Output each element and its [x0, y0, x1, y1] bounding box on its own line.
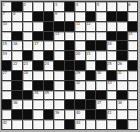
block-cell [65, 100, 74, 109]
block-cell [128, 61, 137, 70]
letter-cell[interactable]: 38 [117, 100, 126, 109]
clue-number: 14 [128, 31, 132, 36]
clue-number: 17 [34, 41, 38, 46]
letter-cell[interactable] [96, 32, 105, 41]
letter-cell[interactable] [44, 2, 53, 11]
letter-cell[interactable]: 35 [44, 91, 53, 100]
letter-cell[interactable] [33, 71, 42, 80]
block-cell [44, 110, 53, 119]
letter-cell[interactable] [128, 41, 137, 50]
letter-cell[interactable] [107, 22, 116, 31]
letter-cell[interactable] [54, 81, 63, 90]
letter-cell[interactable]: 33 [107, 81, 116, 90]
letter-cell[interactable]: 17 [33, 41, 42, 50]
block-cell [65, 22, 74, 31]
letter-cell[interactable]: 19 [2, 51, 11, 60]
letter-cell[interactable] [128, 81, 137, 90]
letter-cell[interactable] [2, 81, 11, 90]
block-cell [33, 12, 42, 21]
letter-cell[interactable] [54, 91, 63, 100]
clue-number: 3 [55, 2, 57, 7]
letter-cell[interactable] [128, 12, 137, 21]
clue-number: 12 [86, 21, 90, 26]
letter-cell[interactable] [23, 41, 32, 50]
clue-number: 18 [107, 41, 111, 46]
letter-cell[interactable] [44, 100, 53, 109]
clue-number: 26 [118, 61, 122, 66]
letter-cell[interactable]: 40 [75, 110, 84, 119]
letter-cell[interactable] [2, 91, 11, 100]
clue-number: 40 [76, 110, 80, 115]
letter-cell[interactable]: 22 [12, 61, 21, 70]
letter-cell[interactable]: 39 [54, 110, 63, 119]
clue-number: 7 [3, 11, 5, 16]
letter-cell[interactable]: 29 [75, 71, 84, 80]
clue-number: 9 [55, 11, 57, 16]
letter-cell[interactable] [86, 61, 95, 70]
letter-cell[interactable] [117, 81, 126, 90]
letter-cell[interactable]: 11 [75, 22, 84, 31]
letter-cell[interactable]: 4 [75, 2, 84, 11]
letter-cell[interactable] [23, 81, 32, 90]
block-cell [96, 110, 105, 119]
clue-number: 5 [97, 2, 99, 7]
clue-number: 16 [13, 41, 17, 46]
letter-cell[interactable] [12, 120, 21, 129]
block-cell [96, 61, 105, 70]
letter-cell[interactable] [107, 100, 116, 109]
letter-cell[interactable] [12, 22, 21, 31]
letter-cell[interactable]: 18 [107, 41, 116, 50]
clue-number: 42 [3, 120, 7, 125]
clue-number: 35 [44, 90, 48, 95]
letter-cell[interactable] [33, 120, 42, 129]
block-cell [107, 71, 116, 80]
letter-cell[interactable] [65, 12, 74, 21]
clue-number: 30 [97, 70, 101, 75]
letter-cell[interactable] [107, 51, 116, 60]
letter-cell[interactable] [96, 51, 105, 60]
block-cell [86, 91, 95, 100]
letter-cell[interactable]: 16 [12, 41, 21, 50]
letter-cell[interactable] [2, 32, 11, 41]
letter-cell[interactable]: 31 [117, 71, 126, 80]
letter-cell[interactable] [128, 110, 137, 119]
block-cell [117, 120, 126, 129]
letter-cell[interactable] [23, 100, 32, 109]
block-cell [2, 61, 11, 70]
block-cell [44, 22, 53, 31]
block-cell [86, 12, 95, 21]
letter-cell[interactable]: 8 [12, 12, 21, 21]
letter-cell[interactable] [33, 2, 42, 11]
block-cell [86, 71, 95, 80]
letter-cell[interactable]: 42 [2, 120, 11, 129]
block-cell [23, 110, 32, 119]
block-cell [65, 2, 74, 11]
letter-cell[interactable]: 24 [44, 61, 53, 70]
letter-cell[interactable] [65, 91, 74, 100]
block-cell [117, 12, 126, 21]
block-cell [75, 61, 84, 70]
letter-cell[interactable]: 20 [75, 51, 84, 60]
letter-cell[interactable] [107, 91, 116, 100]
block-cell [44, 51, 53, 60]
letter-cell[interactable]: 27 [2, 71, 11, 80]
clue-number: 33 [107, 80, 111, 85]
block-cell [33, 32, 42, 41]
clue-number: 23 [23, 61, 27, 66]
block-cell [44, 32, 53, 41]
block-cell [107, 32, 116, 41]
block-cell [117, 91, 126, 100]
clue-number: 8 [13, 11, 15, 16]
crossword-grid: 1234567891011121314151617181920212223242… [1, 1, 138, 130]
clue-number: 11 [76, 21, 80, 26]
clue-number: 38 [118, 100, 122, 105]
letter-cell[interactable] [75, 32, 84, 41]
block-cell [65, 61, 74, 70]
letter-cell[interactable]: 15 [2, 41, 11, 50]
letter-cell[interactable] [128, 91, 137, 100]
letter-cell[interactable]: 7 [2, 12, 11, 21]
letter-cell[interactable] [117, 110, 126, 119]
letter-cell[interactable] [54, 41, 63, 50]
clue-number: 19 [3, 51, 7, 56]
letter-cell[interactable] [75, 91, 84, 100]
letter-cell[interactable]: 37 [96, 100, 105, 109]
block-cell [86, 110, 95, 119]
letter-cell[interactable]: 1 [2, 2, 11, 11]
letter-cell[interactable] [128, 51, 137, 60]
letter-cell[interactable] [107, 2, 116, 11]
block-cell [117, 51, 126, 60]
letter-cell[interactable] [86, 2, 95, 11]
letter-cell[interactable] [75, 12, 84, 21]
clue-number: 21 [86, 51, 90, 56]
letter-cell[interactable]: 23 [23, 61, 32, 70]
letter-cell[interactable]: 25 [107, 61, 116, 70]
clue-number: 6 [128, 2, 130, 7]
block-cell [75, 100, 84, 109]
letter-cell[interactable] [44, 120, 53, 129]
block-cell [12, 32, 21, 41]
letter-cell[interactable] [23, 12, 32, 21]
letter-cell[interactable]: 14 [128, 32, 137, 41]
letter-cell[interactable]: 41 [107, 110, 116, 119]
letter-cell[interactable] [54, 100, 63, 109]
clue-number: 43 [76, 120, 80, 125]
letter-cell[interactable] [54, 71, 63, 80]
block-cell [44, 81, 53, 90]
letter-cell[interactable]: 6 [128, 2, 137, 11]
letter-cell[interactable] [33, 22, 42, 31]
letter-cell[interactable]: 21 [86, 51, 95, 60]
letter-cell[interactable] [86, 120, 95, 129]
block-cell [54, 22, 63, 31]
clue-number: 24 [44, 61, 48, 66]
clue-number: 29 [76, 70, 80, 75]
block-cell [2, 100, 11, 109]
letter-cell[interactable] [23, 22, 32, 31]
letter-cell[interactable] [2, 110, 11, 119]
clue-number: 13 [55, 31, 59, 36]
letter-cell[interactable]: 30 [96, 71, 105, 80]
letter-cell[interactable] [86, 32, 95, 41]
block-cell [86, 100, 95, 109]
clue-number: 36 [13, 100, 17, 105]
block-cell [33, 61, 42, 70]
clue-number: 28 [23, 70, 27, 75]
block-cell [23, 91, 32, 100]
clue-number: 2 [23, 2, 25, 7]
letter-cell[interactable] [33, 110, 42, 119]
letter-cell[interactable] [128, 120, 137, 129]
block-cell [96, 91, 105, 100]
letter-cell[interactable] [117, 22, 126, 31]
block-cell [107, 12, 116, 21]
letter-cell[interactable] [54, 51, 63, 60]
letter-cell[interactable]: 10 [2, 22, 11, 31]
letter-cell[interactable] [33, 51, 42, 60]
clue-number: 10 [3, 21, 7, 26]
letter-cell[interactable]: 43 [75, 120, 84, 129]
letter-cell[interactable] [54, 120, 63, 129]
clue-number: 22 [13, 61, 17, 66]
letter-cell[interactable] [128, 71, 137, 80]
letter-cell[interactable] [65, 110, 74, 119]
letter-cell[interactable] [107, 120, 116, 129]
letter-cell[interactable] [117, 2, 126, 11]
letter-cell[interactable] [96, 22, 105, 31]
clue-number: 34 [34, 90, 38, 95]
block-cell [96, 41, 105, 50]
letter-cell[interactable]: 26 [117, 61, 126, 70]
letter-cell[interactable] [96, 120, 105, 129]
clue-number: 37 [97, 100, 101, 105]
clue-number: 32 [76, 80, 80, 85]
letter-cell[interactable]: 2 [23, 2, 32, 11]
letter-cell[interactable] [96, 81, 105, 90]
letter-cell[interactable] [23, 32, 32, 41]
letter-cell[interactable] [44, 71, 53, 80]
letter-cell[interactable]: 13 [54, 32, 63, 41]
clue-number: 20 [76, 51, 80, 56]
letter-cell[interactable] [75, 41, 84, 50]
letter-cell[interactable]: 9 [54, 12, 63, 21]
letter-cell[interactable]: 28 [23, 71, 32, 80]
block-cell [12, 81, 21, 90]
letter-cell[interactable]: 34 [33, 91, 42, 100]
clue-number: 1 [3, 2, 5, 7]
block-cell [23, 51, 32, 60]
letter-cell[interactable]: 36 [12, 100, 21, 109]
block-cell [65, 41, 74, 50]
block-cell [33, 81, 42, 90]
clue-number: 4 [76, 2, 78, 7]
block-cell [117, 32, 126, 41]
block-cell [86, 41, 95, 50]
letter-cell[interactable] [96, 12, 105, 21]
clue-number: 41 [107, 110, 111, 115]
block-cell [12, 91, 21, 100]
letter-cell[interactable] [65, 32, 74, 41]
letter-cell[interactable] [12, 51, 21, 60]
letter-cell[interactable] [86, 81, 95, 90]
block-cell [12, 2, 21, 11]
block-cell [117, 41, 126, 50]
clue-number: 15 [3, 41, 7, 46]
letter-cell[interactable] [33, 100, 42, 109]
block-cell [12, 110, 21, 119]
block-cell [65, 120, 74, 129]
letter-cell[interactable] [44, 41, 53, 50]
block-cell [12, 71, 21, 80]
letter-cell[interactable]: 32 [75, 81, 84, 90]
letter-cell[interactable]: 12 [86, 22, 95, 31]
clue-number: 25 [107, 61, 111, 66]
letter-cell[interactable] [23, 120, 32, 129]
letter-cell[interactable]: 5 [96, 2, 105, 11]
block-cell [44, 12, 53, 21]
block-cell [54, 61, 63, 70]
block-cell [65, 81, 74, 90]
letter-cell[interactable]: 3 [54, 2, 63, 11]
clue-number: 39 [55, 110, 59, 115]
clue-number: 27 [3, 70, 7, 75]
block-cell [65, 71, 74, 80]
block-cell [65, 51, 74, 60]
block-cell [128, 22, 137, 31]
clue-number: 31 [118, 70, 122, 75]
letter-cell[interactable] [128, 100, 137, 109]
